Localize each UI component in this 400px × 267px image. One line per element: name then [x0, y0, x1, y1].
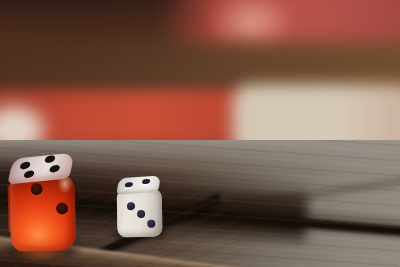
photo-stage: [0, 0, 400, 267]
vignette-overlay: [0, 0, 400, 267]
